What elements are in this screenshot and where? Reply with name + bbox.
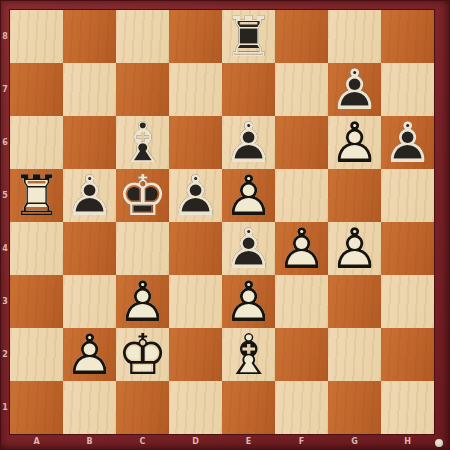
square-g8[interactable] [328, 10, 381, 63]
square-d7[interactable] [169, 63, 222, 116]
square-c2[interactable] [116, 328, 169, 381]
white-pawn[interactable] [222, 275, 275, 328]
square-h5[interactable] [381, 169, 434, 222]
square-e7[interactable] [222, 63, 275, 116]
black-pawn[interactable] [381, 116, 434, 169]
square-f6[interactable] [275, 116, 328, 169]
board [10, 10, 434, 434]
white-bishop[interactable] [222, 328, 275, 381]
file-label-a: A [27, 437, 47, 447]
square-e3[interactable] [222, 275, 275, 328]
rank-label-3: 3 [0, 297, 10, 307]
square-h2[interactable] [381, 328, 434, 381]
file-label-g: G [345, 437, 365, 447]
square-g6[interactable] [328, 116, 381, 169]
square-c5[interactable] [116, 169, 169, 222]
chess-board-frame: 87654321ABCDEFGH [0, 0, 450, 450]
square-c1[interactable] [116, 381, 169, 434]
square-d5[interactable] [169, 169, 222, 222]
black-rook[interactable] [222, 10, 275, 63]
square-e8[interactable] [222, 10, 275, 63]
square-b2[interactable] [63, 328, 116, 381]
square-b7[interactable] [63, 63, 116, 116]
square-b8[interactable] [63, 10, 116, 63]
black-pawn[interactable] [63, 169, 116, 222]
rank-label-1: 1 [0, 403, 10, 413]
rank-label-7: 7 [0, 85, 10, 95]
square-e2[interactable] [222, 328, 275, 381]
square-f2[interactable] [275, 328, 328, 381]
square-d8[interactable] [169, 10, 222, 63]
rank-label-4: 4 [0, 244, 10, 254]
white-pawn[interactable] [275, 222, 328, 275]
file-label-c: C [133, 437, 153, 447]
square-e4[interactable] [222, 222, 275, 275]
square-d1[interactable] [169, 381, 222, 434]
corner-dot-icon [435, 439, 443, 447]
square-h7[interactable] [381, 63, 434, 116]
white-pawn[interactable] [328, 222, 381, 275]
rank-label-5: 5 [0, 191, 10, 201]
square-a1[interactable] [10, 381, 63, 434]
black-bishop[interactable] [116, 116, 169, 169]
square-c7[interactable] [116, 63, 169, 116]
square-h1[interactable] [381, 381, 434, 434]
square-f1[interactable] [275, 381, 328, 434]
rank-label-2: 2 [0, 350, 10, 360]
square-f8[interactable] [275, 10, 328, 63]
square-h8[interactable] [381, 10, 434, 63]
black-pawn[interactable] [169, 169, 222, 222]
square-f3[interactable] [275, 275, 328, 328]
square-b6[interactable] [63, 116, 116, 169]
square-h6[interactable] [381, 116, 434, 169]
square-g2[interactable] [328, 328, 381, 381]
square-c8[interactable] [116, 10, 169, 63]
white-pawn[interactable] [222, 169, 275, 222]
square-a8[interactable] [10, 10, 63, 63]
square-f4[interactable] [275, 222, 328, 275]
square-a7[interactable] [10, 63, 63, 116]
square-a5[interactable] [10, 169, 63, 222]
black-pawn[interactable] [328, 63, 381, 116]
black-pawn[interactable] [222, 222, 275, 275]
square-b3[interactable] [63, 275, 116, 328]
square-d3[interactable] [169, 275, 222, 328]
file-label-d: D [186, 437, 206, 447]
square-d4[interactable] [169, 222, 222, 275]
square-c4[interactable] [116, 222, 169, 275]
white-king[interactable] [116, 328, 169, 381]
square-b5[interactable] [63, 169, 116, 222]
square-a2[interactable] [10, 328, 63, 381]
square-e5[interactable] [222, 169, 275, 222]
square-b1[interactable] [63, 381, 116, 434]
square-f7[interactable] [275, 63, 328, 116]
square-g5[interactable] [328, 169, 381, 222]
white-pawn[interactable] [328, 116, 381, 169]
black-pawn[interactable] [222, 116, 275, 169]
rank-label-8: 8 [0, 32, 10, 42]
square-g3[interactable] [328, 275, 381, 328]
file-label-h: H [398, 437, 418, 447]
square-h3[interactable] [381, 275, 434, 328]
square-g4[interactable] [328, 222, 381, 275]
square-d6[interactable] [169, 116, 222, 169]
square-f5[interactable] [275, 169, 328, 222]
square-h4[interactable] [381, 222, 434, 275]
square-c3[interactable] [116, 275, 169, 328]
square-g7[interactable] [328, 63, 381, 116]
square-a3[interactable] [10, 275, 63, 328]
square-c6[interactable] [116, 116, 169, 169]
file-label-b: B [80, 437, 100, 447]
square-g1[interactable] [328, 381, 381, 434]
white-pawn[interactable] [116, 275, 169, 328]
file-label-f: F [292, 437, 312, 447]
rank-label-6: 6 [0, 138, 10, 148]
black-king[interactable] [116, 169, 169, 222]
square-e1[interactable] [222, 381, 275, 434]
white-pawn[interactable] [63, 328, 116, 381]
square-e6[interactable] [222, 116, 275, 169]
square-a6[interactable] [10, 116, 63, 169]
square-d2[interactable] [169, 328, 222, 381]
square-a4[interactable] [10, 222, 63, 275]
white-rook[interactable] [10, 169, 63, 222]
file-label-e: E [239, 437, 259, 447]
square-b4[interactable] [63, 222, 116, 275]
